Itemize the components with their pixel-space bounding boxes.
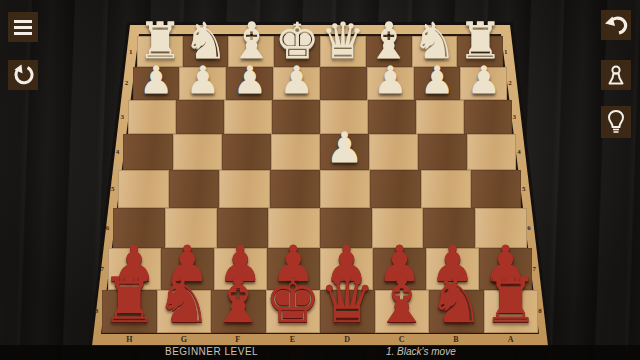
square-c8[interactable]: ♝ bbox=[375, 290, 430, 334]
undo-button[interactable] bbox=[601, 10, 631, 40]
board-row-rank4: ♟ bbox=[123, 134, 516, 170]
square-g3[interactable] bbox=[176, 100, 224, 134]
square-e6[interactable] bbox=[268, 208, 320, 248]
square-b8[interactable]: ♞ bbox=[429, 290, 484, 334]
undo-arrow-icon bbox=[604, 14, 628, 36]
square-e8[interactable]: ♚ bbox=[266, 290, 321, 334]
white-pawn-piece[interactable]: ♟ bbox=[233, 61, 267, 99]
square-d5[interactable] bbox=[320, 170, 370, 208]
white-pawn-piece[interactable]: ♟ bbox=[326, 127, 364, 169]
hamburger-icon bbox=[14, 20, 32, 35]
square-c2[interactable]: ♟ bbox=[367, 67, 414, 100]
board-row-rank3 bbox=[128, 100, 512, 134]
square-f4[interactable] bbox=[222, 134, 271, 170]
square-h1[interactable]: ♜ bbox=[137, 36, 183, 67]
chess-app-screen: ♜♞♝♚♛♝♞♜11♟♟♟♟♟♟♟2233♟445566♟♟♟♟♟♟♟♟77♜♞… bbox=[0, 0, 640, 360]
board-row-rank5 bbox=[118, 170, 521, 208]
square-a8[interactable]: ♜ bbox=[484, 290, 539, 334]
square-h7[interactable]: ♟ bbox=[108, 248, 161, 290]
square-g6[interactable] bbox=[165, 208, 217, 248]
square-b6[interactable] bbox=[423, 208, 475, 248]
board-row-rank1: ♜♞♝♚♛♝♞♜ bbox=[137, 36, 503, 67]
square-d4[interactable]: ♟ bbox=[320, 134, 369, 170]
white-pawn-piece[interactable]: ♟ bbox=[420, 61, 454, 99]
square-h6[interactable] bbox=[113, 208, 165, 248]
square-c7[interactable]: ♟ bbox=[373, 248, 426, 290]
square-b5[interactable] bbox=[421, 170, 471, 208]
square-b2[interactable]: ♟ bbox=[414, 67, 461, 100]
square-b4[interactable] bbox=[418, 134, 467, 170]
square-f7[interactable]: ♟ bbox=[214, 248, 267, 290]
square-g2[interactable]: ♟ bbox=[179, 67, 226, 100]
square-b3[interactable] bbox=[416, 100, 464, 134]
square-h4[interactable] bbox=[123, 134, 172, 170]
square-g4[interactable] bbox=[173, 134, 222, 170]
square-c6[interactable] bbox=[372, 208, 424, 248]
square-f1[interactable]: ♝ bbox=[228, 36, 274, 67]
square-e4[interactable] bbox=[271, 134, 320, 170]
square-a5[interactable] bbox=[471, 170, 521, 208]
square-a2[interactable]: ♟ bbox=[460, 67, 507, 100]
square-a6[interactable] bbox=[475, 208, 527, 248]
square-c4[interactable] bbox=[369, 134, 418, 170]
restart-button[interactable] bbox=[8, 60, 38, 90]
square-h8[interactable]: ♜ bbox=[102, 290, 157, 334]
lightbulb-icon bbox=[605, 109, 627, 135]
square-d3[interactable] bbox=[320, 100, 368, 134]
board-row-rank8: ♜♞♝♚♛♝♞♜ bbox=[102, 290, 538, 334]
square-e7[interactable]: ♟ bbox=[267, 248, 320, 290]
square-f3[interactable] bbox=[224, 100, 272, 134]
player-button[interactable] bbox=[601, 60, 631, 90]
square-f8[interactable]: ♝ bbox=[211, 290, 266, 334]
square-f5[interactable] bbox=[219, 170, 269, 208]
square-e2[interactable]: ♟ bbox=[273, 67, 320, 100]
square-a3[interactable] bbox=[464, 100, 512, 134]
board-row-rank6 bbox=[113, 208, 527, 248]
square-g5[interactable] bbox=[169, 170, 219, 208]
square-c3[interactable] bbox=[368, 100, 416, 134]
square-d6[interactable] bbox=[320, 208, 372, 248]
status-bar: BEGINNER LEVEL 1. Black's move bbox=[0, 345, 640, 360]
move-status-label: 1. Black's move bbox=[386, 346, 456, 357]
square-a1[interactable]: ♜ bbox=[457, 36, 503, 67]
square-g1[interactable]: ♞ bbox=[183, 36, 229, 67]
square-b1[interactable]: ♞ bbox=[412, 36, 458, 67]
square-h3[interactable] bbox=[128, 100, 176, 134]
white-pawn-piece[interactable]: ♟ bbox=[139, 61, 173, 99]
square-f2[interactable]: ♟ bbox=[226, 67, 273, 100]
square-c5[interactable] bbox=[370, 170, 420, 208]
square-h5[interactable] bbox=[118, 170, 168, 208]
square-e1[interactable]: ♚ bbox=[274, 36, 320, 67]
square-g7[interactable]: ♟ bbox=[161, 248, 214, 290]
board-row-rank7: ♟♟♟♟♟♟♟♟ bbox=[108, 248, 533, 290]
square-d1[interactable]: ♛ bbox=[320, 36, 366, 67]
square-e5[interactable] bbox=[270, 170, 320, 208]
square-e3[interactable] bbox=[272, 100, 320, 134]
pawn-outline-icon bbox=[604, 63, 628, 87]
square-a4[interactable] bbox=[467, 134, 516, 170]
white-pawn-piece[interactable]: ♟ bbox=[280, 61, 314, 99]
square-d7[interactable]: ♟ bbox=[320, 248, 373, 290]
hint-button[interactable] bbox=[601, 106, 631, 138]
square-h2[interactable]: ♟ bbox=[133, 67, 180, 100]
square-f6[interactable] bbox=[217, 208, 269, 248]
white-pawn-piece[interactable]: ♟ bbox=[186, 61, 220, 99]
square-g8[interactable]: ♞ bbox=[157, 290, 212, 334]
menu-button[interactable] bbox=[8, 12, 38, 42]
rotate-ccw-icon bbox=[12, 64, 34, 86]
level-label: BEGINNER LEVEL bbox=[165, 346, 258, 357]
square-b7[interactable]: ♟ bbox=[426, 248, 479, 290]
white-pawn-piece[interactable]: ♟ bbox=[467, 61, 501, 99]
square-a7[interactable]: ♟ bbox=[479, 248, 532, 290]
white-pawn-piece[interactable]: ♟ bbox=[373, 61, 407, 99]
square-d8[interactable]: ♛ bbox=[320, 290, 375, 334]
board-row-rank2: ♟♟♟♟♟♟♟ bbox=[133, 67, 508, 100]
square-c1[interactable]: ♝ bbox=[366, 36, 412, 67]
square-d2[interactable] bbox=[320, 67, 367, 100]
